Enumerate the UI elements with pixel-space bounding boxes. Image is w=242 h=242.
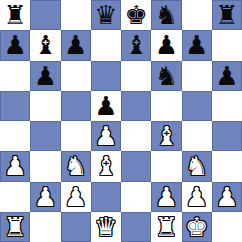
square-f8[interactable]: ♞ (151, 0, 181, 30)
square-a7[interactable]: ♟ (0, 30, 30, 60)
square-c2[interactable]: ♟ (61, 182, 91, 212)
square-g5[interactable] (182, 91, 212, 121)
piece-white-pawn[interactable]: ♟ (34, 184, 57, 210)
square-c6[interactable] (61, 61, 91, 91)
square-c4[interactable] (61, 121, 91, 151)
square-e5[interactable] (121, 91, 151, 121)
square-f7[interactable]: ♟ (151, 30, 181, 60)
square-c8[interactable] (61, 0, 91, 30)
square-c3[interactable]: ♞ (61, 151, 91, 181)
square-c1[interactable] (61, 212, 91, 242)
square-f5[interactable] (151, 91, 181, 121)
piece-black-queen[interactable]: ♛ (94, 2, 117, 28)
square-c5[interactable] (61, 91, 91, 121)
square-c7[interactable]: ♟ (61, 30, 91, 60)
piece-black-knight[interactable]: ♞ (155, 63, 178, 89)
square-h6[interactable]: ♟ (212, 61, 242, 91)
square-f1[interactable]: ♜ (151, 212, 181, 242)
square-b3[interactable] (30, 151, 60, 181)
piece-white-bishop[interactable]: ♝ (155, 123, 178, 149)
square-e6[interactable] (121, 61, 151, 91)
piece-white-pawn[interactable]: ♟ (185, 184, 208, 210)
piece-white-king[interactable]: ♚ (185, 214, 208, 240)
square-h1[interactable] (212, 212, 242, 242)
square-a4[interactable] (0, 121, 30, 151)
piece-black-pawn[interactable]: ♟ (3, 32, 26, 58)
piece-white-pawn[interactable]: ♟ (64, 184, 87, 210)
square-a3[interactable]: ♟ (0, 151, 30, 181)
piece-black-pawn[interactable]: ♟ (94, 93, 117, 119)
square-g6[interactable] (182, 61, 212, 91)
piece-white-pawn[interactable]: ♟ (94, 123, 117, 149)
square-b7[interactable]: ♝ (30, 30, 60, 60)
square-a2[interactable] (0, 182, 30, 212)
square-f2[interactable]: ♟ (151, 182, 181, 212)
square-d2[interactable] (91, 182, 121, 212)
square-b1[interactable] (30, 212, 60, 242)
chess-board: ♜♛♚♞♜♟♝♟♝♟♟♟♞♟♟♟♝♟♞♝♞♟♟♟♟♟♜♛♜♚ (0, 0, 242, 242)
square-b2[interactable]: ♟ (30, 182, 60, 212)
square-g7[interactable]: ♟ (182, 30, 212, 60)
square-g2[interactable]: ♟ (182, 182, 212, 212)
piece-black-rook[interactable]: ♜ (3, 2, 26, 28)
piece-black-pawn[interactable]: ♟ (64, 32, 87, 58)
square-f6[interactable]: ♞ (151, 61, 181, 91)
square-b6[interactable]: ♟ (30, 61, 60, 91)
square-b4[interactable] (30, 121, 60, 151)
square-e3[interactable] (121, 151, 151, 181)
square-e1[interactable] (121, 212, 151, 242)
piece-white-knight[interactable]: ♞ (185, 153, 208, 179)
square-d7[interactable] (91, 30, 121, 60)
square-f3[interactable] (151, 151, 181, 181)
square-a6[interactable] (0, 61, 30, 91)
square-d5[interactable]: ♟ (91, 91, 121, 121)
piece-black-bishop[interactable]: ♝ (124, 32, 147, 58)
square-g8[interactable] (182, 0, 212, 30)
piece-white-pawn[interactable]: ♟ (155, 184, 178, 210)
square-b5[interactable] (30, 91, 60, 121)
piece-white-queen[interactable]: ♛ (94, 214, 117, 240)
piece-black-knight[interactable]: ♞ (155, 2, 178, 28)
piece-white-bishop[interactable]: ♝ (94, 153, 117, 179)
piece-black-rook[interactable]: ♜ (215, 2, 238, 28)
square-d8[interactable]: ♛ (91, 0, 121, 30)
square-g4[interactable] (182, 121, 212, 151)
square-a1[interactable]: ♜ (0, 212, 30, 242)
piece-black-pawn[interactable]: ♟ (215, 63, 238, 89)
square-e8[interactable]: ♚ (121, 0, 151, 30)
square-h7[interactable] (212, 30, 242, 60)
piece-black-pawn[interactable]: ♟ (34, 63, 57, 89)
square-e4[interactable] (121, 121, 151, 151)
square-h2[interactable]: ♟ (212, 182, 242, 212)
square-h4[interactable] (212, 121, 242, 151)
piece-white-rook[interactable]: ♜ (155, 214, 178, 240)
square-f4[interactable]: ♝ (151, 121, 181, 151)
square-d1[interactable]: ♛ (91, 212, 121, 242)
square-a5[interactable] (0, 91, 30, 121)
piece-white-rook[interactable]: ♜ (3, 214, 26, 240)
piece-black-pawn[interactable]: ♟ (155, 32, 178, 58)
square-b8[interactable] (30, 0, 60, 30)
square-d4[interactable]: ♟ (91, 121, 121, 151)
square-g3[interactable]: ♞ (182, 151, 212, 181)
piece-white-knight[interactable]: ♞ (64, 153, 87, 179)
square-d6[interactable] (91, 61, 121, 91)
piece-black-pawn[interactable]: ♟ (185, 32, 208, 58)
piece-black-king[interactable]: ♚ (124, 2, 147, 28)
square-a8[interactable]: ♜ (0, 0, 30, 30)
square-g1[interactable]: ♚ (182, 212, 212, 242)
square-d3[interactable]: ♝ (91, 151, 121, 181)
square-h3[interactable] (212, 151, 242, 181)
piece-white-pawn[interactable]: ♟ (215, 184, 238, 210)
square-e7[interactable]: ♝ (121, 30, 151, 60)
square-e2[interactable] (121, 182, 151, 212)
square-h8[interactable]: ♜ (212, 0, 242, 30)
piece-black-bishop[interactable]: ♝ (34, 32, 57, 58)
square-h5[interactable] (212, 91, 242, 121)
piece-white-pawn[interactable]: ♟ (3, 153, 26, 179)
